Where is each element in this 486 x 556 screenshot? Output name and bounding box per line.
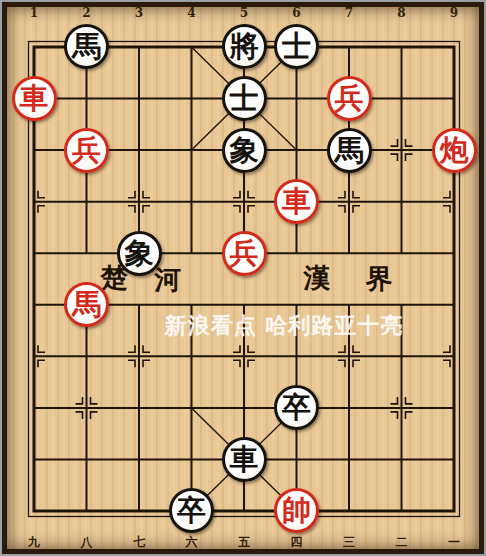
piece-black-soldier[interactable]: 卒 xyxy=(169,488,214,533)
board-intersection xyxy=(8,382,61,434)
board-intersection xyxy=(165,176,218,228)
board-intersection xyxy=(218,485,271,537)
board-intersection xyxy=(428,279,481,331)
board-intersection xyxy=(375,21,428,73)
file-label-top: 5 xyxy=(240,6,248,20)
board-intersection xyxy=(113,176,166,228)
board-intersection[interactable]: 車 xyxy=(8,73,61,125)
board-intersection[interactable]: 象 xyxy=(113,227,166,279)
file-label-top: 7 xyxy=(345,6,353,20)
board-intersection xyxy=(375,176,428,228)
board-intersection xyxy=(323,176,376,228)
board-intersection[interactable]: 炮 xyxy=(428,124,481,176)
board-intersection xyxy=(428,485,481,537)
piece-black-horse[interactable]: 馬 xyxy=(327,128,372,173)
board-intersection xyxy=(165,21,218,73)
board-intersection xyxy=(165,124,218,176)
board-intersection xyxy=(428,382,481,434)
board-intersection xyxy=(113,434,166,486)
board-intersection xyxy=(218,176,271,228)
board-intersection xyxy=(8,124,61,176)
board-intersection[interactable]: 車 xyxy=(218,434,271,486)
piece-black-general[interactable]: 將 xyxy=(222,24,267,69)
board-intersection xyxy=(375,227,428,279)
board-intersection xyxy=(428,434,481,486)
piece-red-soldier[interactable]: 兵 xyxy=(327,76,372,121)
board-intersection xyxy=(60,330,113,382)
board-intersection[interactable]: 兵 xyxy=(323,73,376,125)
piece-black-elephant[interactable]: 象 xyxy=(117,231,162,276)
board-intersection xyxy=(8,176,61,228)
board-intersection[interactable]: 兵 xyxy=(60,124,113,176)
board-intersection[interactable]: 將 xyxy=(218,21,271,73)
board-intersection xyxy=(375,485,428,537)
piece-black-elephant[interactable]: 象 xyxy=(222,128,267,173)
file-label-top: 8 xyxy=(397,6,405,20)
piece-black-horse[interactable]: 馬 xyxy=(64,24,109,69)
xiangqi-board-screenshot: 123456789九八七六五四三二一 楚河漢界 馬將士車士兵兵象馬炮車象兵馬卒車… xyxy=(0,0,486,556)
board-intersection[interactable]: 卒 xyxy=(270,382,323,434)
board-intersection[interactable]: 兵 xyxy=(218,227,271,279)
board-intersection xyxy=(323,227,376,279)
board-intersection xyxy=(323,21,376,73)
file-label-top: 4 xyxy=(187,6,195,20)
piece-red-soldier[interactable]: 兵 xyxy=(64,128,109,173)
board-intersection xyxy=(428,330,481,382)
piece-red-chariot[interactable]: 車 xyxy=(12,76,57,121)
board-intersection xyxy=(375,382,428,434)
board-intersection xyxy=(270,124,323,176)
board-intersection xyxy=(428,73,481,125)
piece-red-chariot[interactable]: 車 xyxy=(274,179,319,224)
board-intersection xyxy=(60,73,113,125)
piece-red-soldier[interactable]: 兵 xyxy=(222,231,267,276)
board-intersection xyxy=(270,227,323,279)
board-intersection xyxy=(113,485,166,537)
board-intersection xyxy=(8,279,61,331)
board-intersection xyxy=(113,124,166,176)
board-intersection[interactable]: 馬 xyxy=(60,279,113,331)
board-intersection xyxy=(323,434,376,486)
board-intersection[interactable]: 車 xyxy=(270,176,323,228)
piece-black-soldier[interactable]: 卒 xyxy=(274,385,319,430)
board-intersection xyxy=(60,382,113,434)
board-intersection xyxy=(270,73,323,125)
board-intersection xyxy=(165,434,218,486)
file-label-top: 2 xyxy=(82,6,90,20)
piece-red-horse[interactable]: 馬 xyxy=(64,282,109,327)
board-intersection xyxy=(113,279,166,331)
file-label-top: 6 xyxy=(292,6,300,20)
file-label-top: 9 xyxy=(450,6,458,20)
board-intersection xyxy=(8,227,61,279)
piece-black-advisor[interactable]: 士 xyxy=(222,76,267,121)
piece-black-advisor[interactable]: 士 xyxy=(274,24,319,69)
board-intersection xyxy=(113,73,166,125)
board-intersection[interactable]: 馬 xyxy=(323,124,376,176)
board-intersection xyxy=(8,485,61,537)
board-intersection xyxy=(8,434,61,486)
board-intersection xyxy=(8,21,61,73)
board-intersection xyxy=(60,485,113,537)
board-intersection xyxy=(60,434,113,486)
board-intersection xyxy=(428,21,481,73)
file-label-top: 3 xyxy=(135,6,143,20)
board-intersection xyxy=(165,227,218,279)
board-intersection xyxy=(323,382,376,434)
piece-red-cannon[interactable]: 炮 xyxy=(432,128,477,173)
board-intersection[interactable]: 象 xyxy=(218,124,271,176)
watermark-text: 新浪看点 哈利路亚十亮 xyxy=(165,311,404,341)
board-intersection xyxy=(60,176,113,228)
board-intersection xyxy=(165,382,218,434)
board-intersection[interactable]: 卒 xyxy=(165,485,218,537)
board: 馬將士車士兵兵象馬炮車象兵馬卒車卒帥 xyxy=(8,21,481,536)
board-intersection xyxy=(375,73,428,125)
board-intersection xyxy=(428,227,481,279)
board-intersection xyxy=(375,124,428,176)
board-intersection xyxy=(60,227,113,279)
board-intersection[interactable]: 帥 xyxy=(270,485,323,537)
board-intersection[interactable]: 馬 xyxy=(60,21,113,73)
piece-black-chariot[interactable]: 車 xyxy=(222,437,267,482)
board-intersection xyxy=(113,330,166,382)
board-intersection xyxy=(8,330,61,382)
board-intersection xyxy=(270,434,323,486)
board-intersection xyxy=(113,21,166,73)
board-intersection xyxy=(165,73,218,125)
board-intersection[interactable]: 士 xyxy=(270,21,323,73)
board-intersection xyxy=(375,434,428,486)
board-intersection xyxy=(428,176,481,228)
board-intersection[interactable]: 士 xyxy=(218,73,271,125)
board-intersection xyxy=(323,485,376,537)
piece-red-general[interactable]: 帥 xyxy=(274,488,319,533)
board-intersection xyxy=(113,382,166,434)
file-label-top: 1 xyxy=(30,6,38,20)
board-intersection xyxy=(218,382,271,434)
